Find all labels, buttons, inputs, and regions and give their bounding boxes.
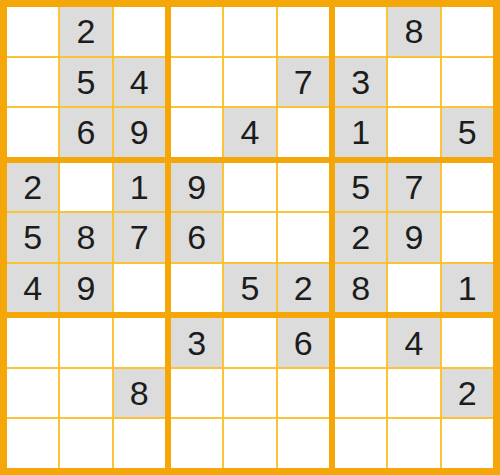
cell-r1c9[interactable] — [442, 7, 493, 56]
cell-r4c7[interactable]: 5 — [335, 163, 386, 212]
cell-r3c7[interactable]: 1 — [335, 108, 386, 157]
cell-r5c4[interactable]: 6 — [171, 213, 222, 262]
cell-r4c2[interactable] — [60, 163, 111, 212]
cell-r5c9[interactable] — [442, 213, 493, 262]
cell-r7c4[interactable]: 3 — [171, 318, 222, 367]
cell-r4c6[interactable] — [278, 163, 329, 212]
cell-r4c5[interactable] — [224, 163, 275, 212]
cell-r8c1[interactable] — [7, 369, 58, 418]
cell-r2c6[interactable]: 7 — [278, 58, 329, 107]
cell-r2c4[interactable] — [171, 58, 222, 107]
cell-r8c2[interactable] — [60, 369, 111, 418]
cell-r2c1[interactable] — [7, 58, 58, 107]
cell-r7c8[interactable]: 4 — [388, 318, 439, 367]
cell-r5c3[interactable]: 7 — [114, 213, 165, 262]
cell-r8c7[interactable] — [335, 369, 386, 418]
cell-r6c3[interactable] — [114, 264, 165, 313]
cell-r5c5[interactable] — [224, 213, 275, 262]
cell-r3c8[interactable] — [388, 108, 439, 157]
cell-r8c8[interactable] — [388, 369, 439, 418]
box-4: 2158749 — [7, 163, 165, 313]
cell-r6c5[interactable]: 5 — [224, 264, 275, 313]
cell-r6c6[interactable]: 2 — [278, 264, 329, 313]
cell-r7c7[interactable] — [335, 318, 386, 367]
cell-r7c9[interactable] — [442, 318, 493, 367]
cell-r6c9[interactable]: 1 — [442, 264, 493, 313]
box-7: 8 — [7, 318, 165, 468]
cell-r6c7[interactable]: 8 — [335, 264, 386, 313]
cell-r3c6[interactable] — [278, 108, 329, 157]
cell-r4c4[interactable]: 9 — [171, 163, 222, 212]
cell-r2c3[interactable]: 4 — [114, 58, 165, 107]
cell-r9c2[interactable] — [60, 419, 111, 468]
cell-r3c3[interactable]: 9 — [114, 108, 165, 157]
cell-r3c9[interactable]: 5 — [442, 108, 493, 157]
cell-r8c6[interactable] — [278, 369, 329, 418]
cell-r2c9[interactable] — [442, 58, 493, 107]
cell-r7c6[interactable]: 6 — [278, 318, 329, 367]
cell-r4c9[interactable] — [442, 163, 493, 212]
cell-r3c5[interactable]: 4 — [224, 108, 275, 157]
cell-r9c4[interactable] — [171, 419, 222, 468]
cell-r3c2[interactable]: 6 — [60, 108, 111, 157]
cell-r1c2[interactable]: 2 — [60, 7, 111, 56]
cell-r7c3[interactable] — [114, 318, 165, 367]
cell-r3c1[interactable] — [7, 108, 58, 157]
cell-r3c4[interactable] — [171, 108, 222, 157]
cell-r5c2[interactable]: 8 — [60, 213, 111, 262]
cell-r9c8[interactable] — [388, 419, 439, 468]
cell-r6c4[interactable] — [171, 264, 222, 313]
box-9: 42 — [335, 318, 493, 468]
cell-r2c8[interactable] — [388, 58, 439, 107]
cell-r5c8[interactable]: 9 — [388, 213, 439, 262]
cell-r9c6[interactable] — [278, 419, 329, 468]
cell-r8c4[interactable] — [171, 369, 222, 418]
box-6: 572981 — [335, 163, 493, 313]
cell-r7c2[interactable] — [60, 318, 111, 367]
cell-r1c8[interactable]: 8 — [388, 7, 439, 56]
cell-r1c5[interactable] — [224, 7, 275, 56]
box-1: 25469 — [7, 7, 165, 157]
cell-r2c7[interactable]: 3 — [335, 58, 386, 107]
cell-r6c8[interactable] — [388, 264, 439, 313]
box-2: 74 — [171, 7, 329, 157]
cell-r9c7[interactable] — [335, 419, 386, 468]
cell-r6c2[interactable]: 9 — [60, 264, 111, 313]
cell-r8c3[interactable]: 8 — [114, 369, 165, 418]
box-8: 36 — [171, 318, 329, 468]
cell-r9c9[interactable] — [442, 419, 493, 468]
cell-r4c1[interactable]: 2 — [7, 163, 58, 212]
cell-r1c4[interactable] — [171, 7, 222, 56]
cell-r1c7[interactable] — [335, 7, 386, 56]
cell-r8c5[interactable] — [224, 369, 275, 418]
cell-r1c1[interactable] — [7, 7, 58, 56]
sudoku-board: 254697483152158749965257298183642 — [0, 0, 500, 475]
box-5: 9652 — [171, 163, 329, 313]
cell-r4c8[interactable]: 7 — [388, 163, 439, 212]
cell-r1c3[interactable] — [114, 7, 165, 56]
cell-r2c5[interactable] — [224, 58, 275, 107]
cell-r9c1[interactable] — [7, 419, 58, 468]
cell-r4c3[interactable]: 1 — [114, 163, 165, 212]
cell-r5c6[interactable] — [278, 213, 329, 262]
cell-r5c1[interactable]: 5 — [7, 213, 58, 262]
cell-r9c3[interactable] — [114, 419, 165, 468]
cell-r7c1[interactable] — [7, 318, 58, 367]
cell-r5c7[interactable]: 2 — [335, 213, 386, 262]
cell-r6c1[interactable]: 4 — [7, 264, 58, 313]
cell-r8c9[interactable]: 2 — [442, 369, 493, 418]
cell-r2c2[interactable]: 5 — [60, 58, 111, 107]
cell-r9c5[interactable] — [224, 419, 275, 468]
box-3: 8315 — [335, 7, 493, 157]
cell-r7c5[interactable] — [224, 318, 275, 367]
cell-r1c6[interactable] — [278, 7, 329, 56]
